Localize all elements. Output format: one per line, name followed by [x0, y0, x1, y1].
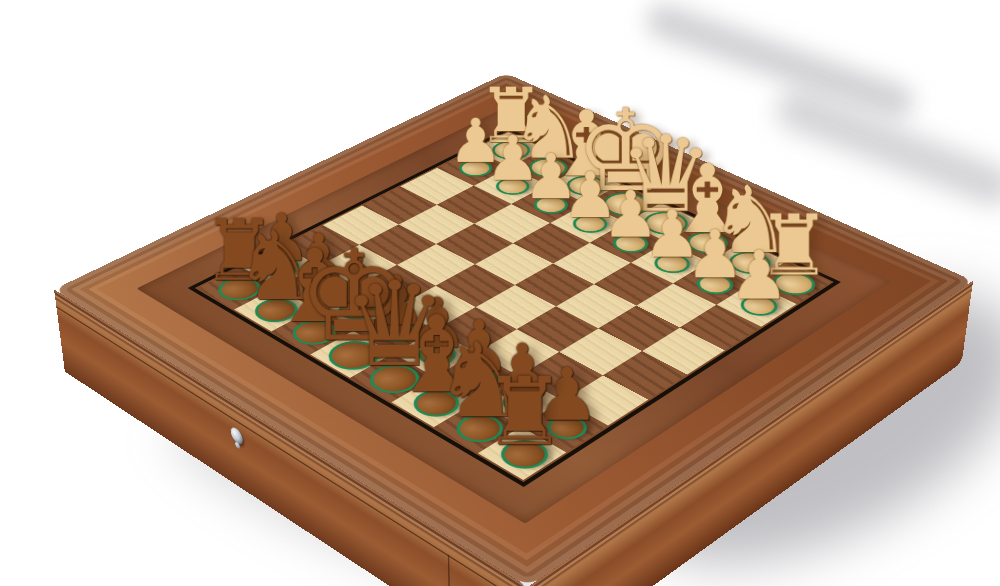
chess-case: ♜♟♟♜♞♟♟♞♝♟♟♝♚♟♟♚♛♟♟♛♝♟♟♝♞♟♟♞♜♟♟♜: [54, 73, 973, 586]
chess-board-grid: ♜♟♟♜♞♟♟♞♝♟♟♝♚♟♟♚♛♟♟♛♝♟♟♝♞♟♟♞♜♟♟♜: [188, 128, 841, 487]
case-top-molding: ♜♟♟♜♞♟♟♞♝♟♟♝♚♟♟♚♛♟♟♛♝♟♟♝♞♟♟♞♜♟♟♜: [54, 73, 973, 586]
white-pawn-a2[interactable]: ♟: [729, 243, 789, 310]
drawer-seam: [448, 555, 451, 586]
black-rook-a8[interactable]: ♜: [482, 365, 566, 459]
drawer-knob: [230, 425, 243, 447]
piece-shadow-streak: [771, 85, 1000, 212]
chess-set-photo: ♜♟♟♜♞♟♟♞♝♟♟♝♚♟♟♚♛♟♟♛♝♟♟♝♞♟♟♞♜♟♟♜: [0, 0, 1000, 586]
piece-shadow-streak: [642, 0, 918, 123]
